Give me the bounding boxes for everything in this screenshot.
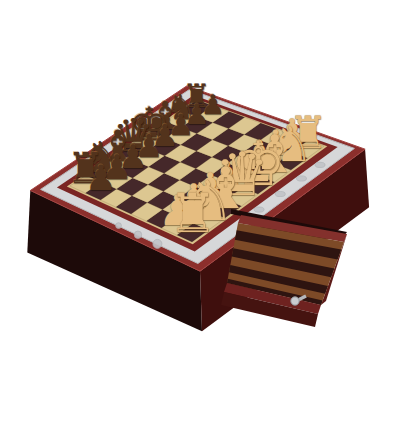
silver-emboss-circle-icon (134, 231, 141, 238)
piece-white-rook-a1[interactable]: ♜ (168, 186, 217, 241)
silver-emboss-circle-icon (116, 223, 122, 229)
silver-emboss-motif-icon (315, 162, 325, 167)
drawer-knob-icon[interactable] (291, 297, 299, 305)
silver-emboss-circle-icon (153, 239, 162, 248)
piece-black-pawn-a7[interactable]: ♟ (85, 161, 116, 196)
chess-set-photo: ♜♞♝♛♚♝♞♜♟♟♟♟♟♟♟♟♟♟♟♟♟♟♟♟♜♞♝♛♚♝♞♜ (0, 0, 398, 425)
